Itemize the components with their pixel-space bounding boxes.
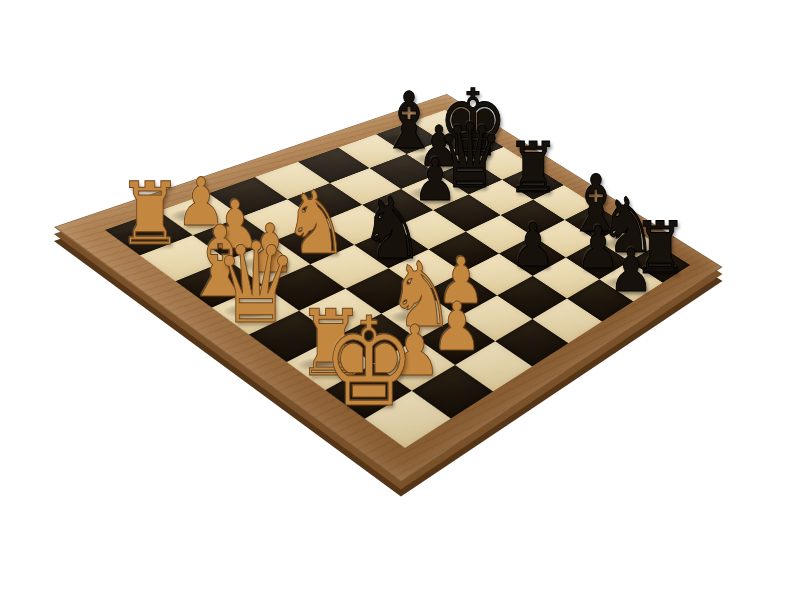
piece-shadow <box>390 310 434 324</box>
white-pawn-g3: ♟ <box>432 294 483 362</box>
white-knight-c3: ♞ <box>283 180 349 268</box>
piece-shadow <box>505 251 545 264</box>
piece-shadow <box>118 227 163 242</box>
piece-shadow <box>383 359 429 374</box>
piece-shadow <box>298 357 346 373</box>
piece-shadow <box>426 335 470 349</box>
black-knight-d4: ♞ <box>360 186 424 271</box>
black-pawn-f6: ♟ <box>510 214 555 274</box>
piece-shadow <box>384 133 421 145</box>
piece-shadow <box>634 259 672 271</box>
piece-shadow <box>414 153 451 165</box>
piece-shadow <box>171 209 215 223</box>
black-king-b8: ♚ <box>438 76 507 168</box>
piece-shadow <box>508 178 544 190</box>
piece-shadow <box>602 238 639 250</box>
piece-shadow <box>431 289 473 303</box>
chess-set-photo: ♝♚♟♛♜♟♟♝♜♟♞♞♞♟♟♟♜♟♝♟♛♞♟♜♟♚ <box>0 0 800 600</box>
black-rook-d8: ♜ <box>507 133 560 203</box>
piece-shadow <box>286 237 329 251</box>
piece-shadow <box>604 276 643 289</box>
white-pawn-c2: ♟ <box>244 216 295 284</box>
piece-shadow <box>444 172 481 184</box>
piece-shadow <box>570 218 607 230</box>
black-rook-h8: ♜ <box>633 212 687 284</box>
white-pawn-a2: ♟ <box>176 168 226 234</box>
piece-shadow <box>188 278 234 293</box>
white-pawn-b2: ♟ <box>210 192 260 259</box>
piece-shadow <box>204 232 248 246</box>
piece-shadow <box>363 242 405 256</box>
piece-shadow <box>239 257 283 271</box>
piece-shadow <box>448 140 484 152</box>
pieces-layer: ♝♚♟♛♜♟♟♝♜♟♞♞♞♟♟♟♜♟♝♟♛♞♟♜♟♚ <box>0 0 800 600</box>
black-bishop-f8: ♝ <box>566 166 625 245</box>
piece-shadow <box>336 385 384 401</box>
piece-shadow <box>224 304 271 319</box>
white-rook-f1: ♜ <box>296 298 365 389</box>
black-knight-g8: ♞ <box>599 188 656 264</box>
piece-shadow <box>571 255 610 268</box>
white-pawn-f4: ♟ <box>436 250 485 315</box>
white-pawn-g2: ♟ <box>388 316 441 386</box>
black-bishop-a7: ♝ <box>380 81 439 159</box>
piece-shadow <box>408 187 447 200</box>
